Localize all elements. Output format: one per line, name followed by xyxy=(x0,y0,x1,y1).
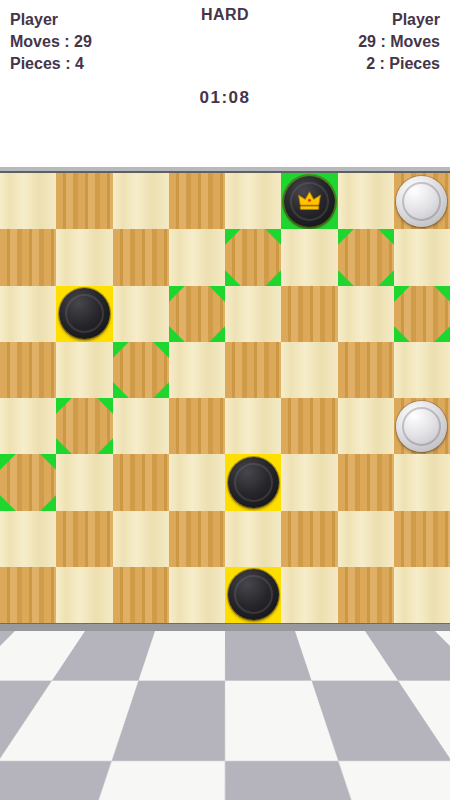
square-r0c2[interactable] xyxy=(113,173,169,229)
black-piece[interactable] xyxy=(228,569,279,620)
settings-icon xyxy=(155,667,182,698)
square-r6c7[interactable] xyxy=(394,511,450,567)
square-r2c1[interactable] xyxy=(56,286,112,342)
square-r4c0[interactable] xyxy=(0,398,56,454)
square-r6c2[interactable] xyxy=(113,511,169,567)
square-r2c3[interactable] xyxy=(169,286,225,342)
square-r3c7[interactable] xyxy=(394,342,450,398)
square-r1c4[interactable] xyxy=(225,229,281,285)
left-player-moves: Moves : 29 xyxy=(10,31,92,53)
square-r6c0[interactable] xyxy=(0,511,56,567)
crown-icon xyxy=(296,190,323,212)
white-piece[interactable] xyxy=(396,176,447,227)
app-screen: Player Moves : 29 Pieces : 4 HARD 01:08 … xyxy=(0,0,450,800)
square-r4c1[interactable] xyxy=(56,398,112,454)
new-icon xyxy=(269,668,294,697)
square-r4c7[interactable] xyxy=(394,398,450,454)
square-r3c4[interactable] xyxy=(225,342,281,398)
square-r2c4[interactable] xyxy=(225,286,281,342)
square-r6c3[interactable] xyxy=(169,511,225,567)
square-r7c6[interactable] xyxy=(338,567,394,623)
right-player-moves: 29 : Moves xyxy=(358,31,440,53)
square-r3c6[interactable] xyxy=(338,342,394,398)
square-r2c0[interactable] xyxy=(0,286,56,342)
square-r0c0[interactable] xyxy=(0,173,56,229)
square-r0c6[interactable] xyxy=(338,173,394,229)
settings-button[interactable]: Settings xyxy=(113,661,226,727)
left-player-pieces: Pieces : 4 xyxy=(10,53,92,75)
square-r0c7[interactable] xyxy=(394,173,450,229)
square-r6c4[interactable] xyxy=(225,511,281,567)
square-r4c3[interactable] xyxy=(169,398,225,454)
square-r0c3[interactable] xyxy=(169,173,225,229)
undo-button-box[interactable] xyxy=(372,661,416,704)
square-r6c5[interactable] xyxy=(281,511,337,567)
square-r0c1[interactable] xyxy=(56,173,112,229)
square-r1c0[interactable] xyxy=(0,229,56,285)
square-r7c2[interactable] xyxy=(113,567,169,623)
square-r5c6[interactable] xyxy=(338,454,394,510)
square-r5c5[interactable] xyxy=(281,454,337,510)
square-r5c4[interactable] xyxy=(225,454,281,510)
board xyxy=(0,173,450,623)
square-r4c6[interactable] xyxy=(338,398,394,454)
square-r3c1[interactable] xyxy=(56,342,112,398)
square-r5c3[interactable] xyxy=(169,454,225,510)
black-piece[interactable] xyxy=(228,457,279,508)
square-r3c3[interactable] xyxy=(169,342,225,398)
game-header: Player Moves : 29 Pieces : 4 HARD 01:08 … xyxy=(0,0,450,167)
square-r3c2[interactable] xyxy=(113,342,169,398)
square-r0c5[interactable] xyxy=(281,173,337,229)
square-r1c2[interactable] xyxy=(113,229,169,285)
right-player-stats: Player 29 : Moves 2 : Pieces xyxy=(358,9,440,75)
right-player-name: Player xyxy=(358,9,440,31)
bottom-edge-strip xyxy=(0,794,450,800)
square-r3c0[interactable] xyxy=(0,342,56,398)
black-piece[interactable] xyxy=(59,288,110,339)
undo-button[interactable]: Undo xyxy=(338,661,450,727)
square-r2c6[interactable] xyxy=(338,286,394,342)
square-r7c7[interactable] xyxy=(394,567,450,623)
home-button-label: Home xyxy=(0,710,113,727)
black-king-piece[interactable] xyxy=(284,176,335,227)
square-r5c1[interactable] xyxy=(56,454,112,510)
square-r2c7[interactable] xyxy=(394,286,450,342)
undo-icon xyxy=(381,668,407,698)
undo-button-label: Undo xyxy=(338,710,450,727)
square-r7c5[interactable] xyxy=(281,567,337,623)
square-r5c7[interactable] xyxy=(394,454,450,510)
square-r1c3[interactable] xyxy=(169,229,225,285)
square-r4c5[interactable] xyxy=(281,398,337,454)
home-button-box[interactable] xyxy=(34,661,78,704)
square-r7c1[interactable] xyxy=(56,567,112,623)
right-player-pieces: 2 : Pieces xyxy=(358,53,440,75)
new-game-button[interactable]: New xyxy=(225,661,338,727)
square-r7c4[interactable] xyxy=(225,567,281,623)
square-r1c6[interactable] xyxy=(338,229,394,285)
white-piece[interactable] xyxy=(396,401,447,452)
square-r2c5[interactable] xyxy=(281,286,337,342)
square-r6c6[interactable] xyxy=(338,511,394,567)
square-r0c4[interactable] xyxy=(225,173,281,229)
square-r5c0[interactable] xyxy=(0,454,56,510)
square-r4c4[interactable] xyxy=(225,398,281,454)
home-icon xyxy=(43,669,69,697)
new-game-button-box[interactable] xyxy=(259,661,303,704)
bottom-nav: Home Settings New Undo xyxy=(0,661,450,727)
home-button[interactable]: Home xyxy=(0,661,113,727)
square-r2c2[interactable] xyxy=(113,286,169,342)
square-r7c0[interactable] xyxy=(0,567,56,623)
square-r1c1[interactable] xyxy=(56,229,112,285)
square-r1c7[interactable] xyxy=(394,229,450,285)
new-game-button-label: New xyxy=(225,710,338,727)
board-bottom-divider xyxy=(0,623,450,631)
square-r6c1[interactable] xyxy=(56,511,112,567)
square-r3c5[interactable] xyxy=(281,342,337,398)
settings-button-box[interactable] xyxy=(147,661,191,704)
game-timer: 01:08 xyxy=(0,88,450,108)
settings-button-label: Settings xyxy=(113,710,226,727)
square-r7c3[interactable] xyxy=(169,567,225,623)
square-r1c5[interactable] xyxy=(281,229,337,285)
square-r4c2[interactable] xyxy=(113,398,169,454)
square-r5c2[interactable] xyxy=(113,454,169,510)
